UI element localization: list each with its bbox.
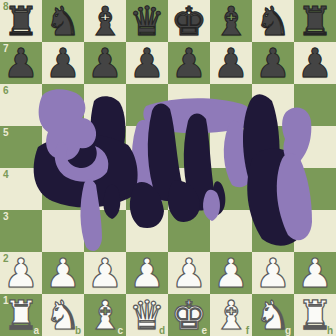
square-h6[interactable]: [294, 84, 336, 126]
square-f5[interactable]: [210, 126, 252, 168]
piece-black-bishop[interactable]: ♝: [210, 0, 252, 42]
square-f6[interactable]: [210, 84, 252, 126]
square-b5[interactable]: [42, 126, 84, 168]
piece-black-pawn[interactable]: ♟: [168, 42, 210, 84]
square-f2[interactable]: ♟: [210, 252, 252, 294]
square-b8[interactable]: ♞: [42, 0, 84, 42]
square-g7[interactable]: ♟: [252, 42, 294, 84]
piece-black-pawn[interactable]: ♟: [252, 42, 294, 84]
square-c5[interactable]: [84, 126, 126, 168]
piece-white-bishop[interactable]: ♝: [84, 294, 126, 336]
square-b2[interactable]: ♟: [42, 252, 84, 294]
square-d3[interactable]: [126, 210, 168, 252]
square-d1[interactable]: d♛: [126, 294, 168, 336]
piece-black-pawn[interactable]: ♟: [210, 42, 252, 84]
square-c4[interactable]: [84, 168, 126, 210]
piece-white-knight[interactable]: ♞: [252, 294, 294, 336]
piece-black-pawn[interactable]: ♟: [84, 42, 126, 84]
square-b3[interactable]: [42, 210, 84, 252]
square-e1[interactable]: e♚: [168, 294, 210, 336]
square-a8[interactable]: 8♜: [0, 0, 42, 42]
square-a6[interactable]: 6: [0, 84, 42, 126]
square-e5[interactable]: [168, 126, 210, 168]
square-f3[interactable]: [210, 210, 252, 252]
square-c2[interactable]: ♟: [84, 252, 126, 294]
square-g1[interactable]: g♞: [252, 294, 294, 336]
square-a2[interactable]: 2♟: [0, 252, 42, 294]
piece-white-pawn[interactable]: ♟: [168, 252, 210, 294]
square-a7[interactable]: 7♟: [0, 42, 42, 84]
piece-white-king[interactable]: ♚: [168, 294, 210, 336]
piece-black-rook[interactable]: ♜: [0, 0, 42, 42]
piece-white-pawn[interactable]: ♟: [126, 252, 168, 294]
square-h8[interactable]: ♜: [294, 0, 336, 42]
square-d6[interactable]: [126, 84, 168, 126]
piece-black-knight[interactable]: ♞: [252, 0, 294, 42]
square-e4[interactable]: [168, 168, 210, 210]
square-e7[interactable]: ♟: [168, 42, 210, 84]
piece-white-queen[interactable]: ♛: [126, 294, 168, 336]
square-e3[interactable]: [168, 210, 210, 252]
square-d2[interactable]: ♟: [126, 252, 168, 294]
piece-white-pawn[interactable]: ♟: [252, 252, 294, 294]
square-e6[interactable]: [168, 84, 210, 126]
piece-black-knight[interactable]: ♞: [42, 0, 84, 42]
square-e8[interactable]: ♚: [168, 0, 210, 42]
rank-label-4: 4: [3, 169, 9, 180]
square-f8[interactable]: ♝: [210, 0, 252, 42]
square-h2[interactable]: ♟: [294, 252, 336, 294]
square-c1[interactable]: c♝: [84, 294, 126, 336]
piece-black-queen[interactable]: ♛: [126, 0, 168, 42]
square-g4[interactable]: [252, 168, 294, 210]
rank-label-5: 5: [3, 127, 9, 138]
piece-black-pawn[interactable]: ♟: [0, 42, 42, 84]
square-g2[interactable]: ♟: [252, 252, 294, 294]
square-b7[interactable]: ♟: [42, 42, 84, 84]
square-g6[interactable]: [252, 84, 294, 126]
piece-white-pawn[interactable]: ♟: [294, 252, 336, 294]
piece-black-pawn[interactable]: ♟: [294, 42, 336, 84]
square-h5[interactable]: [294, 126, 336, 168]
piece-black-bishop[interactable]: ♝: [84, 0, 126, 42]
square-b1[interactable]: b♞: [42, 294, 84, 336]
square-c6[interactable]: [84, 84, 126, 126]
square-h7[interactable]: ♟: [294, 42, 336, 84]
piece-white-bishop[interactable]: ♝: [210, 294, 252, 336]
piece-white-rook[interactable]: ♜: [294, 294, 336, 336]
square-a4[interactable]: 4: [0, 168, 42, 210]
piece-white-pawn[interactable]: ♟: [210, 252, 252, 294]
square-h1[interactable]: h♜: [294, 294, 336, 336]
square-f4[interactable]: [210, 168, 252, 210]
rank-label-6: 6: [3, 85, 9, 96]
square-e2[interactable]: ♟: [168, 252, 210, 294]
square-a5[interactable]: 5: [0, 126, 42, 168]
square-b6[interactable]: [42, 84, 84, 126]
square-h4[interactable]: [294, 168, 336, 210]
square-g5[interactable]: [252, 126, 294, 168]
piece-white-pawn[interactable]: ♟: [42, 252, 84, 294]
piece-black-pawn[interactable]: ♟: [42, 42, 84, 84]
rank-label-3: 3: [3, 211, 9, 222]
square-a1[interactable]: 1a♜: [0, 294, 42, 336]
square-a3[interactable]: 3: [0, 210, 42, 252]
piece-white-pawn[interactable]: ♟: [0, 252, 42, 294]
piece-black-rook[interactable]: ♜: [294, 0, 336, 42]
square-d7[interactable]: ♟: [126, 42, 168, 84]
square-d5[interactable]: [126, 126, 168, 168]
piece-black-pawn[interactable]: ♟: [126, 42, 168, 84]
square-c7[interactable]: ♟: [84, 42, 126, 84]
square-h3[interactable]: [294, 210, 336, 252]
piece-black-king[interactable]: ♚: [168, 0, 210, 42]
square-d8[interactable]: ♛: [126, 0, 168, 42]
square-g8[interactable]: ♞: [252, 0, 294, 42]
square-f7[interactable]: ♟: [210, 42, 252, 84]
square-c3[interactable]: [84, 210, 126, 252]
piece-white-pawn[interactable]: ♟: [84, 252, 126, 294]
square-g3[interactable]: [252, 210, 294, 252]
square-b4[interactable]: [42, 168, 84, 210]
chess-board: 8♜♞♝♛♚♝♞♜7♟♟♟♟♟♟♟♟65432♟♟♟♟♟♟♟♟1a♜b♞c♝d♛…: [0, 0, 336, 336]
square-c8[interactable]: ♝: [84, 0, 126, 42]
square-f1[interactable]: f♝: [210, 294, 252, 336]
square-d4[interactable]: [126, 168, 168, 210]
piece-white-knight[interactable]: ♞: [42, 294, 84, 336]
piece-white-rook[interactable]: ♜: [0, 294, 42, 336]
